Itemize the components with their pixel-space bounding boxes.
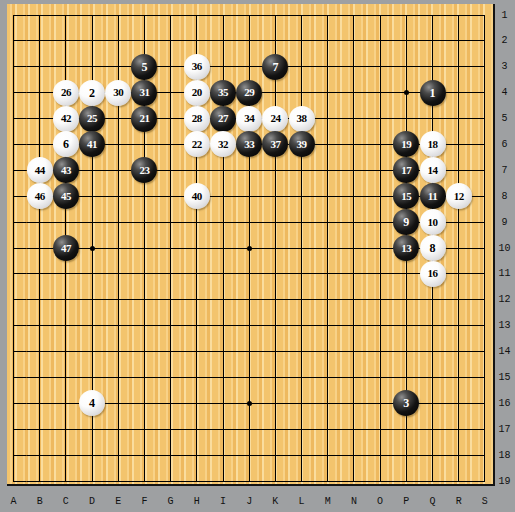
intersection-C16[interactable] — [53, 390, 79, 416]
intersection-C8[interactable]: 45 — [53, 183, 79, 209]
intersection-C1[interactable] — [53, 2, 79, 28]
intersection-E17[interactable] — [105, 416, 131, 442]
stone-black-15-P8[interactable]: 15 — [393, 183, 419, 209]
intersection-I1[interactable] — [210, 2, 236, 28]
stone-black-7-K3[interactable]: 7 — [262, 54, 288, 80]
intersection-P9[interactable]: 9 — [393, 209, 419, 235]
intersection-B19[interactable] — [27, 468, 53, 494]
intersection-F4[interactable]: 31 — [131, 80, 157, 106]
intersection-J3[interactable] — [236, 54, 262, 80]
intersection-M6[interactable] — [315, 132, 341, 158]
intersection-F6[interactable] — [131, 132, 157, 158]
intersection-N3[interactable] — [341, 54, 367, 80]
intersection-E19[interactable] — [105, 468, 131, 494]
intersection-E7[interactable] — [105, 157, 131, 183]
intersection-J10[interactable] — [236, 235, 262, 261]
intersection-K5[interactable]: 24 — [262, 106, 288, 132]
intersection-R18[interactable] — [446, 442, 472, 468]
intersection-K1[interactable] — [262, 2, 288, 28]
intersection-L16[interactable] — [288, 390, 314, 416]
intersection-H5[interactable]: 28 — [184, 106, 210, 132]
intersection-K6[interactable]: 37 — [262, 132, 288, 158]
intersection-B5[interactable] — [27, 106, 53, 132]
stone-black-37-K6[interactable]: 37 — [262, 131, 288, 157]
intersection-L15[interactable] — [288, 365, 314, 391]
intersection-A19[interactable] — [0, 468, 26, 494]
intersection-K11[interactable] — [262, 261, 288, 287]
stone-white-32-I6[interactable]: 32 — [210, 131, 236, 157]
intersection-H10[interactable] — [184, 235, 210, 261]
intersection-C6[interactable]: 6 — [53, 132, 79, 158]
intersection-E2[interactable] — [105, 28, 131, 54]
intersection-K19[interactable] — [262, 468, 288, 494]
intersection-R10[interactable] — [446, 235, 472, 261]
stone-black-29-J4[interactable]: 29 — [236, 80, 262, 106]
intersection-C19[interactable] — [53, 468, 79, 494]
intersection-N6[interactable] — [341, 132, 367, 158]
intersection-M12[interactable] — [315, 287, 341, 313]
intersection-K14[interactable] — [262, 339, 288, 365]
intersection-M7[interactable] — [315, 157, 341, 183]
intersection-B12[interactable] — [27, 287, 53, 313]
intersection-L12[interactable] — [288, 287, 314, 313]
intersection-O18[interactable] — [367, 442, 393, 468]
intersection-O6[interactable] — [367, 132, 393, 158]
intersection-G18[interactable] — [158, 442, 184, 468]
intersection-D17[interactable] — [79, 416, 105, 442]
stone-white-44-B7[interactable]: 44 — [27, 157, 53, 183]
intersection-R19[interactable] — [446, 468, 472, 494]
intersection-N5[interactable] — [341, 106, 367, 132]
intersection-P8[interactable]: 15 — [393, 183, 419, 209]
intersection-Q10[interactable]: 8 — [419, 235, 445, 261]
intersection-E11[interactable] — [105, 261, 131, 287]
intersection-J6[interactable]: 33 — [236, 132, 262, 158]
intersection-D12[interactable] — [79, 287, 105, 313]
intersection-N9[interactable] — [341, 209, 367, 235]
intersection-G16[interactable] — [158, 390, 184, 416]
intersection-K12[interactable] — [262, 287, 288, 313]
intersection-G8[interactable] — [158, 183, 184, 209]
intersection-G6[interactable] — [158, 132, 184, 158]
intersection-M3[interactable] — [315, 54, 341, 80]
stone-white-10-Q9[interactable]: 10 — [420, 209, 446, 235]
intersection-F2[interactable] — [131, 28, 157, 54]
intersection-P17[interactable] — [393, 416, 419, 442]
intersection-O8[interactable] — [367, 183, 393, 209]
intersection-G13[interactable] — [158, 313, 184, 339]
intersection-Q2[interactable] — [419, 28, 445, 54]
intersection-H16[interactable] — [184, 390, 210, 416]
intersection-B13[interactable] — [27, 313, 53, 339]
intersection-B3[interactable] — [27, 54, 53, 80]
intersection-N7[interactable] — [341, 157, 367, 183]
intersection-I6[interactable]: 32 — [210, 132, 236, 158]
intersection-C12[interactable] — [53, 287, 79, 313]
stone-white-36-H3[interactable]: 36 — [184, 54, 210, 80]
intersection-F3[interactable]: 5 — [131, 54, 157, 80]
intersection-C5[interactable]: 42 — [53, 106, 79, 132]
intersection-O12[interactable] — [367, 287, 393, 313]
intersection-F18[interactable] — [131, 442, 157, 468]
intersection-R6[interactable] — [446, 132, 472, 158]
stone-white-34-J5[interactable]: 34 — [236, 106, 262, 132]
stone-black-47-C10[interactable]: 47 — [53, 235, 79, 261]
intersection-M8[interactable] — [315, 183, 341, 209]
intersection-L17[interactable] — [288, 416, 314, 442]
intersection-A7[interactable] — [0, 157, 26, 183]
stone-black-9-P9[interactable]: 9 — [393, 209, 419, 235]
intersection-B6[interactable] — [27, 132, 53, 158]
intersection-D5[interactable]: 25 — [79, 106, 105, 132]
intersection-A5[interactable] — [0, 106, 26, 132]
intersection-Q17[interactable] — [419, 416, 445, 442]
intersection-K3[interactable]: 7 — [262, 54, 288, 80]
stone-black-45-C8[interactable]: 45 — [53, 183, 79, 209]
intersection-R17[interactable] — [446, 416, 472, 442]
intersection-E1[interactable] — [105, 2, 131, 28]
intersection-E4[interactable]: 30 — [105, 80, 131, 106]
stone-black-11-Q8[interactable]: 11 — [420, 183, 446, 209]
intersection-I12[interactable] — [210, 287, 236, 313]
intersection-F5[interactable]: 21 — [131, 106, 157, 132]
intersection-M4[interactable] — [315, 80, 341, 106]
intersection-M5[interactable] — [315, 106, 341, 132]
intersection-D11[interactable] — [79, 261, 105, 287]
intersection-D16[interactable]: 4 — [79, 390, 105, 416]
intersection-I8[interactable] — [210, 183, 236, 209]
intersection-R8[interactable]: 12 — [446, 183, 472, 209]
intersection-B15[interactable] — [27, 365, 53, 391]
intersection-G15[interactable] — [158, 365, 184, 391]
stone-white-38-L5[interactable]: 38 — [289, 106, 315, 132]
intersection-M18[interactable] — [315, 442, 341, 468]
intersection-M13[interactable] — [315, 313, 341, 339]
stone-white-6-C6[interactable]: 6 — [53, 131, 79, 157]
intersection-A15[interactable] — [0, 365, 26, 391]
intersection-G3[interactable] — [158, 54, 184, 80]
intersection-P3[interactable] — [393, 54, 419, 80]
intersection-H14[interactable] — [184, 339, 210, 365]
intersection-B16[interactable] — [27, 390, 53, 416]
intersection-M10[interactable] — [315, 235, 341, 261]
intersection-D9[interactable] — [79, 209, 105, 235]
intersection-O15[interactable] — [367, 365, 393, 391]
intersection-A6[interactable] — [0, 132, 26, 158]
intersection-O1[interactable] — [367, 2, 393, 28]
stone-white-22-H6[interactable]: 22 — [184, 131, 210, 157]
intersection-P18[interactable] — [393, 442, 419, 468]
intersection-H15[interactable] — [184, 365, 210, 391]
intersection-N4[interactable] — [341, 80, 367, 106]
intersection-A9[interactable] — [0, 209, 26, 235]
intersection-L5[interactable]: 38 — [288, 106, 314, 132]
intersection-D13[interactable] — [79, 313, 105, 339]
intersection-C7[interactable]: 43 — [53, 157, 79, 183]
intersection-F11[interactable] — [131, 261, 157, 287]
intersection-G12[interactable] — [158, 287, 184, 313]
intersection-L9[interactable] — [288, 209, 314, 235]
intersection-N1[interactable] — [341, 2, 367, 28]
intersection-O7[interactable] — [367, 157, 393, 183]
stone-white-26-C4[interactable]: 26 — [53, 80, 79, 106]
intersection-I5[interactable]: 27 — [210, 106, 236, 132]
intersection-M15[interactable] — [315, 365, 341, 391]
intersection-P14[interactable] — [393, 339, 419, 365]
stone-black-23-F7[interactable]: 23 — [131, 157, 157, 183]
intersection-L8[interactable] — [288, 183, 314, 209]
intersection-P7[interactable]: 17 — [393, 157, 419, 183]
intersection-Q7[interactable]: 14 — [419, 157, 445, 183]
intersection-O10[interactable] — [367, 235, 393, 261]
intersection-J5[interactable]: 34 — [236, 106, 262, 132]
intersection-J2[interactable] — [236, 28, 262, 54]
intersection-O5[interactable] — [367, 106, 393, 132]
stone-black-35-I4[interactable]: 35 — [210, 80, 236, 106]
intersection-G19[interactable] — [158, 468, 184, 494]
intersection-P13[interactable] — [393, 313, 419, 339]
intersection-E9[interactable] — [105, 209, 131, 235]
stone-black-3-P16[interactable]: 3 — [393, 390, 419, 416]
intersection-H11[interactable] — [184, 261, 210, 287]
intersection-O13[interactable] — [367, 313, 393, 339]
intersection-L18[interactable] — [288, 442, 314, 468]
intersection-B1[interactable] — [27, 2, 53, 28]
intersection-O17[interactable] — [367, 416, 393, 442]
intersection-O2[interactable] — [367, 28, 393, 54]
intersection-R7[interactable] — [446, 157, 472, 183]
stone-white-24-K5[interactable]: 24 — [262, 106, 288, 132]
intersection-N13[interactable] — [341, 313, 367, 339]
intersection-E8[interactable] — [105, 183, 131, 209]
intersection-Q16[interactable] — [419, 390, 445, 416]
intersection-K2[interactable] — [262, 28, 288, 54]
intersection-R15[interactable] — [446, 365, 472, 391]
stone-black-5-F3[interactable]: 5 — [131, 54, 157, 80]
intersection-G1[interactable] — [158, 2, 184, 28]
intersection-Q5[interactable] — [419, 106, 445, 132]
intersection-N17[interactable] — [341, 416, 367, 442]
intersection-J11[interactable] — [236, 261, 262, 287]
intersection-P10[interactable]: 13 — [393, 235, 419, 261]
intersection-D3[interactable] — [79, 54, 105, 80]
intersection-K7[interactable] — [262, 157, 288, 183]
intersection-A3[interactable] — [0, 54, 26, 80]
intersection-B10[interactable] — [27, 235, 53, 261]
intersection-F7[interactable]: 23 — [131, 157, 157, 183]
intersection-I11[interactable] — [210, 261, 236, 287]
intersection-Q15[interactable] — [419, 365, 445, 391]
intersection-N12[interactable] — [341, 287, 367, 313]
intersection-Q6[interactable]: 18 — [419, 132, 445, 158]
intersection-B8[interactable]: 46 — [27, 183, 53, 209]
intersection-Q1[interactable] — [419, 2, 445, 28]
intersection-B2[interactable] — [27, 28, 53, 54]
intersection-C9[interactable] — [53, 209, 79, 235]
intersection-O11[interactable] — [367, 261, 393, 287]
intersection-M2[interactable] — [315, 28, 341, 54]
intersection-G7[interactable] — [158, 157, 184, 183]
intersection-G9[interactable] — [158, 209, 184, 235]
intersection-M17[interactable] — [315, 416, 341, 442]
intersection-B7[interactable]: 44 — [27, 157, 53, 183]
intersection-R3[interactable] — [446, 54, 472, 80]
intersection-Q3[interactable] — [419, 54, 445, 80]
stone-white-30-E4[interactable]: 30 — [105, 80, 131, 106]
intersection-A10[interactable] — [0, 235, 26, 261]
intersection-P19[interactable] — [393, 468, 419, 494]
stone-white-4-D16[interactable]: 4 — [79, 390, 105, 416]
stone-black-41-D6[interactable]: 41 — [79, 131, 105, 157]
intersection-F10[interactable] — [131, 235, 157, 261]
intersection-C2[interactable] — [53, 28, 79, 54]
intersection-F1[interactable] — [131, 2, 157, 28]
intersection-P15[interactable] — [393, 365, 419, 391]
intersection-M16[interactable] — [315, 390, 341, 416]
intersection-O16[interactable] — [367, 390, 393, 416]
intersection-F16[interactable] — [131, 390, 157, 416]
stone-black-13-P10[interactable]: 13 — [393, 235, 419, 261]
intersection-Q12[interactable] — [419, 287, 445, 313]
intersection-B11[interactable] — [27, 261, 53, 287]
intersection-F8[interactable] — [131, 183, 157, 209]
stone-black-19-P6[interactable]: 19 — [393, 131, 419, 157]
intersection-N2[interactable] — [341, 28, 367, 54]
intersection-N14[interactable] — [341, 339, 367, 365]
intersection-J9[interactable] — [236, 209, 262, 235]
intersection-E13[interactable] — [105, 313, 131, 339]
intersection-C14[interactable] — [53, 339, 79, 365]
intersection-Q14[interactable] — [419, 339, 445, 365]
intersection-Q19[interactable] — [419, 468, 445, 494]
intersection-I19[interactable] — [210, 468, 236, 494]
intersection-H18[interactable] — [184, 442, 210, 468]
intersection-N16[interactable] — [341, 390, 367, 416]
intersection-E6[interactable] — [105, 132, 131, 158]
intersection-J19[interactable] — [236, 468, 262, 494]
intersection-J4[interactable]: 29 — [236, 80, 262, 106]
intersection-D8[interactable] — [79, 183, 105, 209]
stone-white-40-H8[interactable]: 40 — [184, 183, 210, 209]
intersection-Q13[interactable] — [419, 313, 445, 339]
intersection-J15[interactable] — [236, 365, 262, 391]
intersection-I10[interactable] — [210, 235, 236, 261]
intersection-L19[interactable] — [288, 468, 314, 494]
intersection-K15[interactable] — [262, 365, 288, 391]
intersection-Q18[interactable] — [419, 442, 445, 468]
intersection-A13[interactable] — [0, 313, 26, 339]
intersection-H9[interactable] — [184, 209, 210, 235]
intersection-I13[interactable] — [210, 313, 236, 339]
stone-black-43-C7[interactable]: 43 — [53, 157, 79, 183]
intersection-I16[interactable] — [210, 390, 236, 416]
intersection-F12[interactable] — [131, 287, 157, 313]
intersection-J7[interactable] — [236, 157, 262, 183]
intersection-Q11[interactable]: 16 — [419, 261, 445, 287]
intersection-K17[interactable] — [262, 416, 288, 442]
intersection-A2[interactable] — [0, 28, 26, 54]
intersection-H19[interactable] — [184, 468, 210, 494]
intersection-G2[interactable] — [158, 28, 184, 54]
intersection-C10[interactable]: 47 — [53, 235, 79, 261]
intersection-R9[interactable] — [446, 209, 472, 235]
intersection-B14[interactable] — [27, 339, 53, 365]
intersection-I3[interactable] — [210, 54, 236, 80]
intersection-D18[interactable] — [79, 442, 105, 468]
intersection-N19[interactable] — [341, 468, 367, 494]
intersection-G14[interactable] — [158, 339, 184, 365]
intersection-K10[interactable] — [262, 235, 288, 261]
intersection-D4[interactable]: 2 — [79, 80, 105, 106]
intersection-L6[interactable]: 39 — [288, 132, 314, 158]
stone-white-16-Q11[interactable]: 16 — [420, 261, 446, 287]
intersection-I17[interactable] — [210, 416, 236, 442]
intersection-J14[interactable] — [236, 339, 262, 365]
intersection-J16[interactable] — [236, 390, 262, 416]
intersection-O9[interactable] — [367, 209, 393, 235]
intersection-C13[interactable] — [53, 313, 79, 339]
intersection-B17[interactable] — [27, 416, 53, 442]
intersection-I14[interactable] — [210, 339, 236, 365]
intersection-M9[interactable] — [315, 209, 341, 235]
intersection-P12[interactable] — [393, 287, 419, 313]
stone-black-1-Q4[interactable]: 1 — [420, 80, 446, 106]
intersection-R4[interactable] — [446, 80, 472, 106]
intersection-M11[interactable] — [315, 261, 341, 287]
intersection-I4[interactable]: 35 — [210, 80, 236, 106]
intersection-N11[interactable] — [341, 261, 367, 287]
intersection-F13[interactable] — [131, 313, 157, 339]
intersection-C18[interactable] — [53, 442, 79, 468]
intersection-A18[interactable] — [0, 442, 26, 468]
intersection-J13[interactable] — [236, 313, 262, 339]
intersection-F9[interactable] — [131, 209, 157, 235]
intersection-K9[interactable] — [262, 209, 288, 235]
stone-black-17-P7[interactable]: 17 — [393, 157, 419, 183]
intersection-L4[interactable] — [288, 80, 314, 106]
stone-white-12-R8[interactable]: 12 — [446, 183, 472, 209]
intersection-L2[interactable] — [288, 28, 314, 54]
intersection-M19[interactable] — [315, 468, 341, 494]
intersection-O14[interactable] — [367, 339, 393, 365]
intersection-L7[interactable] — [288, 157, 314, 183]
intersection-D15[interactable] — [79, 365, 105, 391]
stone-white-42-C5[interactable]: 42 — [53, 106, 79, 132]
stone-white-20-H4[interactable]: 20 — [184, 80, 210, 106]
intersection-A17[interactable] — [0, 416, 26, 442]
intersection-J17[interactable] — [236, 416, 262, 442]
intersection-H4[interactable]: 20 — [184, 80, 210, 106]
intersection-I15[interactable] — [210, 365, 236, 391]
intersection-H12[interactable] — [184, 287, 210, 313]
intersection-H6[interactable]: 22 — [184, 132, 210, 158]
intersection-O19[interactable] — [367, 468, 393, 494]
intersection-R11[interactable] — [446, 261, 472, 287]
intersection-A1[interactable] — [0, 2, 26, 28]
intersection-P6[interactable]: 19 — [393, 132, 419, 158]
intersection-D14[interactable] — [79, 339, 105, 365]
intersection-N8[interactable] — [341, 183, 367, 209]
intersection-R1[interactable] — [446, 2, 472, 28]
intersection-R5[interactable] — [446, 106, 472, 132]
stone-white-14-Q7[interactable]: 14 — [420, 157, 446, 183]
intersection-G5[interactable] — [158, 106, 184, 132]
intersection-E16[interactable] — [105, 390, 131, 416]
intersection-D1[interactable] — [79, 2, 105, 28]
intersection-P16[interactable]: 3 — [393, 390, 419, 416]
intersection-H7[interactable] — [184, 157, 210, 183]
intersection-F15[interactable] — [131, 365, 157, 391]
